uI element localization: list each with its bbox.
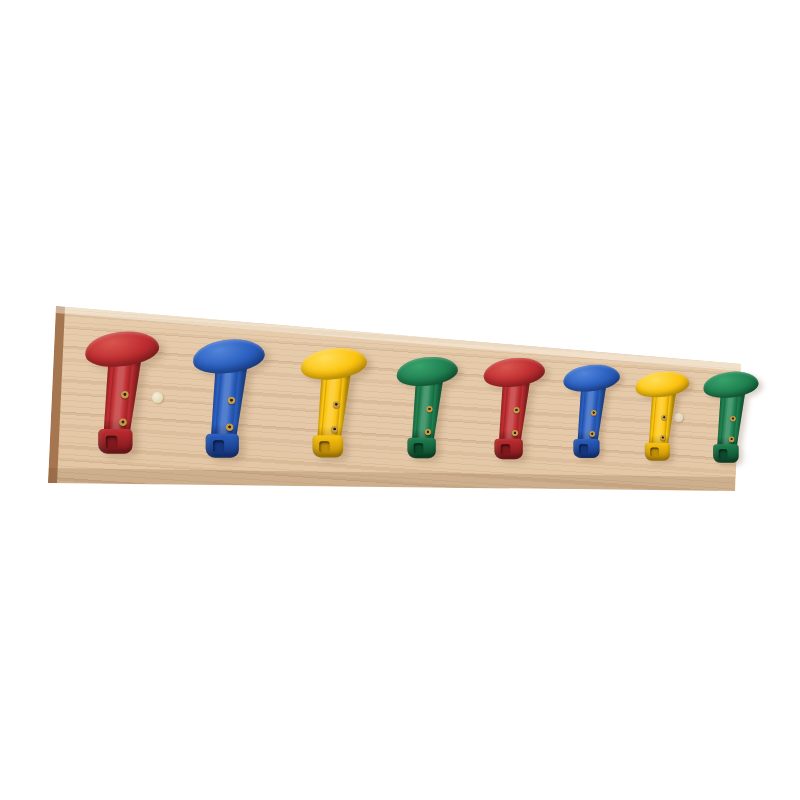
coat-hook-3-yellow xyxy=(298,345,383,464)
hook-foot xyxy=(206,434,239,458)
coat-hook-1-red xyxy=(82,328,177,461)
hook-knob xyxy=(395,353,460,389)
screw-icon xyxy=(660,435,666,441)
hook-tip-notch xyxy=(650,448,658,457)
coat-hook-6-blue xyxy=(561,362,634,464)
hook-tip-notch xyxy=(320,441,330,452)
screw-icon xyxy=(333,401,340,408)
hook-foot xyxy=(313,435,344,457)
hook-knob xyxy=(702,369,760,401)
screw-icon xyxy=(425,429,431,435)
hook-foot xyxy=(645,443,670,461)
hook-knob xyxy=(482,354,547,390)
screw-icon xyxy=(426,406,432,412)
hook-foot xyxy=(494,438,522,459)
hook-foot xyxy=(713,445,739,463)
hook-tip-notch xyxy=(580,444,589,453)
hook-knob xyxy=(299,344,369,383)
screw-icon xyxy=(513,407,519,413)
hook-knob xyxy=(83,328,161,371)
hook-knob xyxy=(191,336,266,378)
coat-hook-5-red xyxy=(481,355,560,465)
hook-tip-notch xyxy=(213,440,224,452)
coat-hook-4-green xyxy=(394,354,473,464)
hook-foot xyxy=(407,437,435,458)
hook-knob xyxy=(562,362,621,395)
product-photo xyxy=(0,0,800,800)
screw-icon xyxy=(331,426,338,433)
screw-icon xyxy=(512,430,518,436)
hook-foot xyxy=(574,439,600,458)
hook-foot xyxy=(98,429,132,454)
hook-tip-notch xyxy=(719,449,728,458)
hook-tip-notch xyxy=(414,443,423,453)
hook-tip-notch xyxy=(501,444,510,454)
hook-tip-notch xyxy=(106,436,117,448)
coat-hook-8-green xyxy=(701,369,772,469)
hook-knob xyxy=(634,369,691,400)
screw-icon xyxy=(661,415,667,421)
coat-hook-2-blue xyxy=(190,336,282,465)
coat-hook-7-yellow xyxy=(633,369,703,466)
